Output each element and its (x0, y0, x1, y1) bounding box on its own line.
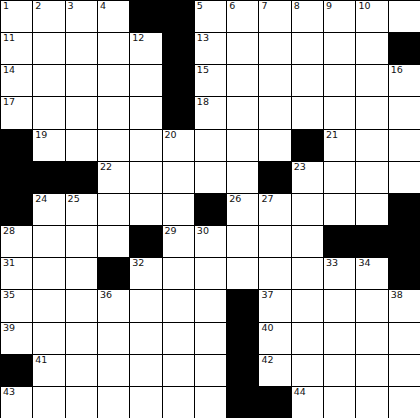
grid-cell-r9c5[interactable] (163, 290, 194, 321)
block-cell-r11c0 (1, 355, 32, 386)
grid-cell-r6c7[interactable]: 26 (227, 194, 258, 225)
grid-cell-r2c4[interactable] (130, 65, 161, 96)
grid-cell-r11c3[interactable] (98, 355, 129, 386)
block-cell-r7c11 (356, 226, 387, 257)
grid-cell-r4c10[interactable]: 21 (324, 130, 355, 161)
clue-number-44: 44 (294, 387, 306, 397)
grid-cell-r12c2[interactable] (66, 387, 97, 418)
grid-cell-r5c5[interactable] (163, 162, 194, 193)
grid-cell-r10c12[interactable] (389, 323, 420, 354)
grid-cell-r4c12[interactable] (389, 130, 420, 161)
grid-cell-r10c4[interactable] (130, 323, 161, 354)
clue-number-41: 41 (35, 355, 47, 365)
grid-cell-r8c6[interactable] (195, 258, 226, 289)
grid-cell-r7c0[interactable]: 28 (1, 226, 32, 257)
grid-cell-r10c1[interactable] (33, 323, 64, 354)
grid-cell-r4c6[interactable] (195, 130, 226, 161)
grid-cell-r6c1[interactable]: 24 (33, 194, 64, 225)
grid-cell-r2c8[interactable] (259, 65, 290, 96)
grid-cell-r0c7[interactable]: 6 (227, 1, 258, 32)
grid-cell-r10c0[interactable]: 39 (1, 323, 32, 354)
grid-cell-r11c2[interactable] (66, 355, 97, 386)
grid-cell-r9c9[interactable] (292, 290, 323, 321)
clue-number-4: 4 (100, 1, 106, 11)
block-cell-r6c12 (389, 194, 420, 225)
grid-cell-r2c9[interactable] (292, 65, 323, 96)
grid-cell-r6c9[interactable] (292, 194, 323, 225)
grid-cell-r9c4[interactable] (130, 290, 161, 321)
clue-number-15: 15 (197, 65, 209, 75)
grid-cell-r9c11[interactable] (356, 290, 387, 321)
grid-cell-r3c10[interactable] (324, 97, 355, 128)
grid-cell-r4c5[interactable]: 20 (163, 130, 194, 161)
grid-cell-r10c2[interactable] (66, 323, 97, 354)
block-cell-r10c7 (227, 323, 258, 354)
grid-cell-r5c7[interactable] (227, 162, 258, 193)
clue-number-31: 31 (3, 258, 15, 268)
grid-cell-r11c9[interactable] (292, 355, 323, 386)
grid-cell-r2c12[interactable]: 16 (389, 65, 420, 96)
grid-cell-r5c10[interactable] (324, 162, 355, 193)
grid-cell-r8c10[interactable]: 33 (324, 258, 355, 289)
clue-number-30: 30 (197, 226, 209, 236)
grid-cell-r5c4[interactable] (130, 162, 161, 193)
grid-cell-r11c5[interactable] (163, 355, 194, 386)
block-cell-r7c12 (389, 226, 420, 257)
grid-cell-r3c0[interactable]: 17 (1, 97, 32, 128)
grid-cell-r4c3[interactable] (98, 130, 129, 161)
grid-cell-r11c1[interactable]: 41 (33, 355, 64, 386)
grid-cell-r11c12[interactable] (389, 355, 420, 386)
grid-cell-r5c9[interactable]: 23 (292, 162, 323, 193)
clue-number-21: 21 (326, 130, 338, 140)
grid-cell-r4c8[interactable] (259, 130, 290, 161)
grid-cell-r9c3[interactable]: 36 (98, 290, 129, 321)
grid-cell-r8c5[interactable] (163, 258, 194, 289)
clue-number-40: 40 (261, 323, 273, 333)
grid-cell-r7c6[interactable]: 30 (195, 226, 226, 257)
grid-cell-r0c6[interactable]: 5 (195, 1, 226, 32)
clue-number-3: 3 (68, 1, 74, 11)
grid-cell-r0c11[interactable]: 10 (356, 1, 387, 32)
clue-number-28: 28 (3, 226, 15, 236)
grid-cell-r0c9[interactable]: 8 (292, 1, 323, 32)
clue-number-22: 22 (100, 162, 112, 172)
grid-cell-r2c2[interactable] (66, 65, 97, 96)
grid-cell-r1c6[interactable]: 13 (195, 33, 226, 64)
grid-cell-r8c1[interactable] (33, 258, 64, 289)
grid-cell-r6c2[interactable]: 25 (66, 194, 97, 225)
clue-number-1: 1 (3, 1, 9, 11)
grid-cell-r3c11[interactable] (356, 97, 387, 128)
block-cell-r5c2 (66, 162, 97, 193)
grid-cell-r7c7[interactable] (227, 226, 258, 257)
clue-number-27: 27 (261, 194, 273, 204)
block-cell-r2c5 (163, 65, 194, 96)
block-cell-r7c4 (130, 226, 161, 257)
grid-cell-r9c1[interactable] (33, 290, 64, 321)
grid-cell-r3c1[interactable] (33, 97, 64, 128)
grid-cell-r10c11[interactable] (356, 323, 387, 354)
block-cell-r7c10 (324, 226, 355, 257)
grid-cell-r0c8[interactable]: 7 (259, 1, 290, 32)
grid-cell-r8c4[interactable]: 32 (130, 258, 161, 289)
grid-cell-r3c6[interactable]: 18 (195, 97, 226, 128)
grid-cell-r0c2[interactable]: 3 (66, 1, 97, 32)
block-cell-r4c9 (292, 130, 323, 161)
grid-cell-r10c5[interactable] (163, 323, 194, 354)
grid-cell-r10c6[interactable] (195, 323, 226, 354)
grid-cell-r3c4[interactable] (130, 97, 161, 128)
grid-cell-r7c3[interactable] (98, 226, 129, 257)
grid-cell-r0c3[interactable]: 4 (98, 1, 129, 32)
grid-cell-r4c2[interactable] (66, 130, 97, 161)
grid-cell-r1c4[interactable]: 12 (130, 33, 161, 64)
grid-cell-r2c6[interactable]: 15 (195, 65, 226, 96)
block-cell-r12c8 (259, 387, 290, 418)
crossword-grid: 1234567891011121314151617181920212223242… (0, 0, 420, 418)
grid-cell-r12c4[interactable] (130, 387, 161, 418)
clue-number-19: 19 (35, 130, 47, 140)
grid-cell-r10c8[interactable]: 40 (259, 323, 290, 354)
clue-number-14: 14 (3, 65, 15, 75)
grid-cell-r2c0[interactable]: 14 (1, 65, 32, 96)
block-cell-r5c8 (259, 162, 290, 193)
grid-cell-r1c10[interactable] (324, 33, 355, 64)
block-cell-r8c12 (389, 258, 420, 289)
grid-cell-r2c11[interactable] (356, 65, 387, 96)
block-cell-r1c5 (163, 33, 194, 64)
grid-cell-r8c11[interactable]: 34 (356, 258, 387, 289)
clue-number-20: 20 (165, 130, 177, 140)
grid-cell-r12c1[interactable] (33, 387, 64, 418)
grid-cell-r1c1[interactable] (33, 33, 64, 64)
grid-cell-r0c0[interactable]: 1 (1, 1, 32, 32)
grid-cell-r3c8[interactable] (259, 97, 290, 128)
grid-cell-r1c9[interactable] (292, 33, 323, 64)
block-cell-r6c0 (1, 194, 32, 225)
grid-cell-r8c2[interactable] (66, 258, 97, 289)
grid-cell-r8c7[interactable] (227, 258, 258, 289)
clue-number-33: 33 (326, 258, 338, 268)
grid-cell-r9c0[interactable]: 35 (1, 290, 32, 321)
block-cell-r6c6 (195, 194, 226, 225)
grid-cell-r6c4[interactable] (130, 194, 161, 225)
block-cell-r8c3 (98, 258, 129, 289)
grid-cell-r11c4[interactable] (130, 355, 161, 386)
grid-cell-r6c10[interactable] (324, 194, 355, 225)
block-cell-r11c7 (227, 355, 258, 386)
grid-cell-r4c4[interactable] (130, 130, 161, 161)
grid-cell-r8c0[interactable]: 31 (1, 258, 32, 289)
grid-cell-r12c9[interactable]: 44 (292, 387, 323, 418)
grid-cell-r9c10[interactable] (324, 290, 355, 321)
block-cell-r4c0 (1, 130, 32, 161)
grid-cell-r7c1[interactable] (33, 226, 64, 257)
grid-cell-r1c8[interactable] (259, 33, 290, 64)
clue-number-11: 11 (3, 33, 15, 43)
block-cell-r3c5 (163, 97, 194, 128)
grid-cell-r3c3[interactable] (98, 97, 129, 128)
grid-cell-r3c2[interactable] (66, 97, 97, 128)
clue-number-2: 2 (35, 1, 41, 11)
grid-cell-r4c11[interactable] (356, 130, 387, 161)
grid-cell-r7c5[interactable]: 29 (163, 226, 194, 257)
clue-number-35: 35 (3, 290, 15, 300)
grid-cell-r9c2[interactable] (66, 290, 97, 321)
clue-number-37: 37 (261, 290, 273, 300)
grid-cell-r8c9[interactable] (292, 258, 323, 289)
clue-number-39: 39 (3, 323, 15, 333)
grid-cell-r6c11[interactable] (356, 194, 387, 225)
grid-cell-r12c6[interactable] (195, 387, 226, 418)
clue-number-8: 8 (294, 1, 300, 11)
clue-number-25: 25 (68, 194, 80, 204)
grid-cell-r11c6[interactable] (195, 355, 226, 386)
grid-cell-r3c9[interactable] (292, 97, 323, 128)
grid-cell-r0c12[interactable] (389, 1, 420, 32)
grid-cell-r8c8[interactable] (259, 258, 290, 289)
clue-number-32: 32 (132, 258, 144, 268)
grid-cell-r1c7[interactable] (227, 33, 258, 64)
grid-cell-r9c12[interactable]: 38 (389, 290, 420, 321)
block-cell-r12c7 (227, 387, 258, 418)
grid-cell-r12c11[interactable] (356, 387, 387, 418)
grid-cell-r0c10[interactable]: 9 (324, 1, 355, 32)
grid-cell-r9c6[interactable] (195, 290, 226, 321)
grid-cell-r2c7[interactable] (227, 65, 258, 96)
clue-number-12: 12 (132, 33, 144, 43)
grid-cell-r12c5[interactable] (163, 387, 194, 418)
clue-number-10: 10 (358, 1, 370, 11)
grid-cell-r1c0[interactable]: 11 (1, 33, 32, 64)
grid-cell-r5c11[interactable] (356, 162, 387, 193)
block-cell-r5c0 (1, 162, 32, 193)
grid-cell-r1c3[interactable] (98, 33, 129, 64)
clue-number-7: 7 (261, 1, 267, 11)
grid-cell-r9c8[interactable]: 37 (259, 290, 290, 321)
grid-cell-r3c12[interactable] (389, 97, 420, 128)
grid-cell-r4c7[interactable] (227, 130, 258, 161)
clue-number-34: 34 (358, 258, 370, 268)
grid-cell-r7c9[interactable] (292, 226, 323, 257)
grid-cell-r12c0[interactable]: 43 (1, 387, 32, 418)
grid-cell-r6c5[interactable] (163, 194, 194, 225)
clue-number-29: 29 (165, 226, 177, 236)
grid-cell-r10c3[interactable] (98, 323, 129, 354)
clue-number-43: 43 (3, 387, 15, 397)
clue-number-26: 26 (229, 194, 241, 204)
clue-number-36: 36 (100, 290, 112, 300)
grid-cell-r2c3[interactable] (98, 65, 129, 96)
block-cell-r0c5 (163, 1, 194, 32)
block-cell-r1c12 (389, 33, 420, 64)
grid-cell-r7c8[interactable] (259, 226, 290, 257)
clue-number-42: 42 (261, 355, 273, 365)
grid-cell-r6c3[interactable] (98, 194, 129, 225)
grid-cell-r6c8[interactable]: 27 (259, 194, 290, 225)
grid-cell-r0c1[interactable]: 2 (33, 1, 64, 32)
grid-cell-r12c10[interactable] (324, 387, 355, 418)
clue-number-9: 9 (326, 1, 332, 11)
grid-cell-r5c3[interactable]: 22 (98, 162, 129, 193)
block-cell-r9c7 (227, 290, 258, 321)
clue-number-13: 13 (197, 33, 209, 43)
grid-cell-r3c7[interactable] (227, 97, 258, 128)
clue-number-24: 24 (35, 194, 47, 204)
block-cell-r5c1 (33, 162, 64, 193)
grid-cell-r7c2[interactable] (66, 226, 97, 257)
clue-number-18: 18 (197, 97, 209, 107)
clue-number-17: 17 (3, 97, 15, 107)
grid-cell-r2c10[interactable] (324, 65, 355, 96)
grid-cell-r11c8[interactable]: 42 (259, 355, 290, 386)
grid-cell-r12c12[interactable] (389, 387, 420, 418)
grid-cell-r1c2[interactable] (66, 33, 97, 64)
clue-number-16: 16 (391, 65, 403, 75)
grid-cell-r10c9[interactable] (292, 323, 323, 354)
block-cell-r0c4 (130, 1, 161, 32)
grid-cell-r10c10[interactable] (324, 323, 355, 354)
grid-cell-r4c1[interactable]: 19 (33, 130, 64, 161)
grid-cell-r2c1[interactable] (33, 65, 64, 96)
grid-cell-r1c11[interactable] (356, 33, 387, 64)
grid-cell-r11c11[interactable] (356, 355, 387, 386)
clue-number-38: 38 (391, 290, 403, 300)
clue-number-5: 5 (197, 1, 203, 11)
grid-cell-r5c12[interactable] (389, 162, 420, 193)
grid-cell-r12c3[interactable] (98, 387, 129, 418)
grid-cell-r11c10[interactable] (324, 355, 355, 386)
clue-number-23: 23 (294, 162, 306, 172)
clue-number-6: 6 (229, 1, 235, 11)
grid-cell-r5c6[interactable] (195, 162, 226, 193)
